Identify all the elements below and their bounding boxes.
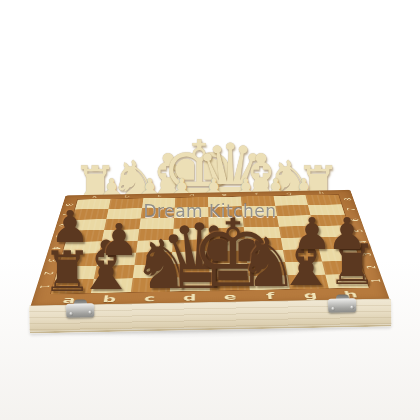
dark-pawn-piece-a3: ♟ <box>50 205 89 249</box>
dark-bishop-piece-b1: ♝ <box>76 232 137 300</box>
dark-rook-piece-h1: ♜ <box>327 237 377 293</box>
dark-pawn-piece-g2: ♟ <box>292 212 331 256</box>
dark-king-piece-e1: ♚ <box>191 207 275 301</box>
dark-knight-piece-f1: ♞ <box>238 229 299 297</box>
dark-knight-piece-c1: ♞ <box>133 231 194 299</box>
dark-queen-piece-d1: ♛ <box>159 212 240 302</box>
dark-pawn-piece-h2: ♟ <box>327 212 366 256</box>
dark-bishop-piece-g1: ♝ <box>276 228 337 296</box>
dark-rook-piece-a1: ♜ <box>42 244 92 300</box>
product-photo: ♜♞♝♚♛♝♞♜♟♟♟♟♟♟♟ abcdefgh 12345678 123456… <box>0 0 420 420</box>
watermark: Dream Kitchen <box>144 201 277 221</box>
dark-pawn-piece-b2: ♟ <box>99 218 138 262</box>
